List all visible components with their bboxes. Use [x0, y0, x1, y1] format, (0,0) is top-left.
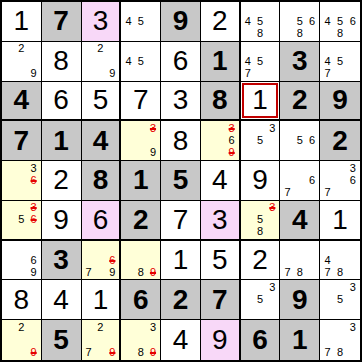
- candidate-6-eliminated: 6: [28, 214, 40, 226]
- candidate-8: 8: [294, 28, 306, 40]
- digit: 1: [292, 326, 308, 354]
- candidate-9: 9: [28, 266, 40, 278]
- candidate-4: 4: [321, 55, 334, 67]
- digit: 1: [14, 7, 30, 35]
- cell-r1c2[interactable]: 7: [42, 2, 82, 42]
- digit: 4: [173, 326, 189, 354]
- candidate-5: 5: [15, 214, 27, 226]
- candidates: 36: [3, 162, 40, 199]
- candidate-3-eliminated: 3: [147, 122, 159, 134]
- candidate-7: 7: [321, 266, 334, 278]
- digit: 4: [212, 166, 228, 194]
- digit: 7: [133, 86, 149, 114]
- candidate-4: 4: [242, 55, 254, 67]
- digit: 2: [252, 246, 268, 274]
- candidate-3: 3: [147, 321, 159, 334]
- cell-r3c1[interactable]: 4: [2, 82, 42, 122]
- candidate-5: 5: [254, 55, 266, 67]
- candidate-5: 5: [135, 55, 147, 67]
- cell-r4c5[interactable]: 8: [161, 121, 201, 161]
- cell-r2c9[interactable]: 457: [320, 42, 360, 82]
- candidate-3: 3: [266, 281, 278, 293]
- candidate-5: 5: [135, 15, 147, 27]
- digit: 8: [93, 166, 109, 194]
- cell-r3c9[interactable]: 9: [320, 82, 360, 122]
- candidates: 4568: [321, 3, 359, 40]
- digit: 4: [292, 206, 308, 234]
- candidates: 67: [281, 162, 318, 199]
- cell-r8c3[interactable]: 1: [82, 280, 122, 320]
- digit: 7: [173, 206, 189, 234]
- digit: 2: [173, 286, 189, 314]
- digit: 6: [53, 86, 69, 114]
- cell-r4c1[interactable]: 7: [2, 121, 42, 161]
- candidates: 378: [321, 321, 359, 359]
- candidate-3-eliminated: 3: [226, 122, 238, 134]
- candidate-9-eliminated: 9: [106, 346, 118, 359]
- candidates: 89: [122, 242, 159, 279]
- cell-r7c9[interactable]: 478: [320, 241, 360, 281]
- digit: 2: [292, 86, 308, 114]
- candidate-6: 6: [306, 15, 318, 27]
- cell-r9c2[interactable]: 5: [42, 320, 82, 360]
- candidate-6-eliminated: 6: [106, 254, 118, 266]
- cell-r7c2[interactable]: 3: [42, 241, 82, 281]
- candidates: 39: [122, 122, 159, 159]
- candidate-8: 8: [254, 28, 266, 40]
- digit: 5: [212, 246, 228, 274]
- digit: 4: [14, 86, 30, 114]
- digit: 2: [133, 206, 149, 234]
- cell-r2c5[interactable]: 6: [161, 42, 201, 82]
- candidate-8: 8: [254, 226, 266, 238]
- candidate-7: 7: [242, 67, 254, 79]
- digit: 9: [212, 326, 228, 354]
- candidate-7: 7: [321, 346, 334, 359]
- digit: 6: [93, 206, 109, 234]
- cell-r2c3[interactable]: 29: [82, 42, 122, 82]
- cell-r3c6[interactable]: 8: [201, 82, 241, 122]
- candidate-4: 4: [122, 55, 134, 67]
- candidates: 367: [321, 162, 359, 199]
- digit: 9: [332, 86, 348, 114]
- candidate-6: 6: [306, 174, 318, 186]
- cell-r1c6[interactable]: 2: [201, 2, 241, 42]
- candidate-5: 5: [254, 294, 266, 306]
- candidates: 56: [281, 122, 318, 159]
- digit: 5: [173, 166, 189, 194]
- cell-r6c4[interactable]: 2: [121, 201, 161, 241]
- cell-r6c3[interactable]: 6: [82, 201, 122, 241]
- cell-r5c4[interactable]: 1: [121, 161, 161, 201]
- candidate-5: 5: [334, 294, 347, 306]
- candidate-3-eliminated: 3: [266, 202, 278, 214]
- digit: 6: [133, 286, 149, 314]
- cell-r6c6[interactable]: 3: [201, 201, 241, 241]
- candidate-8: 8: [135, 346, 147, 359]
- digit: 4: [93, 127, 109, 155]
- cell-r1c4[interactable]: 45: [121, 2, 161, 42]
- candidate-9-eliminated: 9: [226, 147, 238, 159]
- digit: 1: [173, 246, 189, 274]
- cell-r5c3[interactable]: 8: [82, 161, 122, 201]
- cell-r3c3[interactable]: 5: [82, 82, 122, 122]
- candidate-9: 9: [106, 266, 118, 278]
- candidate-7: 7: [281, 266, 293, 278]
- cell-r1c8[interactable]: 568: [280, 2, 320, 42]
- cell-r9c6[interactable]: 9: [201, 320, 241, 360]
- candidate-6: 6: [346, 174, 359, 186]
- cell-r9c3[interactable]: 279: [82, 320, 122, 360]
- candidates: 29: [3, 321, 40, 359]
- candidate-9: 9: [147, 147, 159, 159]
- cell-r9c4[interactable]: 389: [121, 320, 161, 360]
- digit: 3: [292, 47, 308, 75]
- candidate-2: 2: [94, 321, 106, 334]
- cell-r8c9[interactable]: 35: [320, 280, 360, 320]
- cell-r5c1[interactable]: 36: [2, 161, 42, 201]
- digit: 7: [212, 286, 228, 314]
- candidate-9-eliminated: 9: [147, 266, 159, 278]
- cell-r7c1[interactable]: 69: [2, 241, 42, 281]
- cell-r6c8[interactable]: 4: [280, 201, 320, 241]
- digit: 8: [212, 86, 228, 114]
- digit: 9: [53, 206, 69, 234]
- digit: 3: [93, 7, 109, 35]
- candidates: 356: [3, 202, 40, 238]
- candidate-3: 3: [346, 281, 359, 293]
- cell-r8c8[interactable]: 9: [280, 280, 320, 320]
- candidates: 457: [321, 43, 359, 80]
- candidate-7: 7: [321, 67, 334, 79]
- cell-r6c2[interactable]: 9: [42, 201, 82, 241]
- candidate-7: 7: [321, 187, 334, 199]
- candidate-3: 3: [346, 162, 359, 174]
- cell-r9c5[interactable]: 4: [161, 320, 201, 360]
- digit: 3: [173, 86, 189, 114]
- cell-r7c3[interactable]: 679: [82, 241, 122, 281]
- candidate-6: 6: [28, 254, 40, 266]
- cell-r2c7[interactable]: 457: [241, 42, 281, 82]
- candidate-9-eliminated: 9: [28, 346, 40, 359]
- candidate-8: 8: [334, 28, 347, 40]
- cell-r2c6[interactable]: 1: [201, 42, 241, 82]
- candidate-9-eliminated: 9: [147, 346, 159, 359]
- candidates: 389: [122, 321, 159, 359]
- candidate-5: 5: [254, 15, 266, 27]
- cell-r5c6[interactable]: 4: [201, 161, 241, 201]
- candidate-8: 8: [135, 266, 147, 278]
- digit: 8: [173, 127, 189, 155]
- cell-r2c2[interactable]: 8: [42, 42, 82, 82]
- digit: 5: [93, 86, 109, 114]
- cell-r1c5[interactable]: 9: [161, 2, 201, 42]
- digit: 4: [53, 286, 69, 314]
- digit: 7: [14, 127, 30, 155]
- digit: 7: [53, 7, 69, 35]
- candidates: 45: [122, 3, 159, 40]
- candidate-5: 5: [334, 15, 347, 27]
- candidate-6: 6: [226, 135, 238, 147]
- candidates: 29: [3, 43, 40, 80]
- digit: 9: [292, 286, 308, 314]
- cell-r1c1[interactable]: 1: [2, 2, 42, 42]
- candidates: 478: [321, 242, 359, 279]
- cell-r2c1[interactable]: 29: [2, 42, 42, 82]
- cell-r8c7[interactable]: 35: [241, 280, 281, 320]
- cell-r4c8[interactable]: 56: [280, 121, 320, 161]
- digit: 1: [133, 166, 149, 194]
- digit: 1: [93, 286, 109, 314]
- candidate-3: 3: [28, 162, 40, 174]
- cell-r8c2[interactable]: 4: [42, 280, 82, 320]
- candidates: 279: [83, 321, 119, 359]
- candidate-3-eliminated: 3: [28, 202, 40, 214]
- cell-r4c9[interactable]: 2: [320, 121, 360, 161]
- candidate-7: 7: [281, 187, 293, 199]
- cell-r5c2[interactable]: 2: [42, 161, 82, 201]
- cell-r4c3[interactable]: 4: [82, 121, 122, 161]
- cell-r4c7[interactable]: 35: [241, 121, 281, 161]
- candidate-7: 7: [83, 346, 95, 359]
- candidates: 457: [242, 43, 279, 80]
- cell-r1c3[interactable]: 3: [82, 2, 122, 42]
- candidate-5: 5: [254, 214, 266, 226]
- cell-r5c9[interactable]: 367: [320, 161, 360, 201]
- cell-r2c8[interactable]: 3: [280, 42, 320, 82]
- candidates: 35: [321, 281, 359, 318]
- cell-r1c7[interactable]: 458: [241, 2, 281, 42]
- cell-r4c6[interactable]: 369: [201, 121, 241, 161]
- candidate-4: 4: [122, 15, 134, 27]
- candidate-4: 4: [321, 15, 334, 27]
- cell-r4c2[interactable]: 1: [42, 121, 82, 161]
- candidates: 35: [242, 122, 279, 159]
- cell-r3c2[interactable]: 6: [42, 82, 82, 122]
- cell-r2c4[interactable]: 45: [121, 42, 161, 82]
- cell-r9c1[interactable]: 29: [2, 320, 42, 360]
- candidate-8: 8: [334, 266, 347, 278]
- cell-r5c5[interactable]: 5: [161, 161, 201, 201]
- candidate-5: 5: [254, 135, 266, 147]
- digit: 2: [53, 166, 69, 194]
- cell-r7c5[interactable]: 1: [161, 241, 201, 281]
- cell-r9c8[interactable]: 1: [280, 320, 320, 360]
- candidate-9: 9: [106, 67, 118, 79]
- digit: 2: [332, 127, 348, 155]
- cell-r3c5[interactable]: 3: [161, 82, 201, 122]
- candidates: 568: [281, 3, 318, 40]
- cell-r3c8[interactable]: 2: [280, 82, 320, 122]
- cell-r4c4[interactable]: 39: [121, 121, 161, 161]
- candidates: 458: [242, 3, 279, 40]
- cell-r9c9[interactable]: 378: [320, 320, 360, 360]
- candidate-8: 8: [294, 266, 306, 278]
- digit: 2: [212, 7, 228, 35]
- candidate-6: 6: [306, 135, 318, 147]
- candidate-4: 4: [242, 15, 254, 27]
- candidates: 679: [83, 242, 119, 279]
- cell-r8c5[interactable]: 2: [161, 280, 201, 320]
- cell-r3c7[interactable]: 1: [241, 82, 281, 122]
- digit: 9: [252, 166, 268, 194]
- cell-r1c9[interactable]: 4568: [320, 2, 360, 42]
- digit: 8: [14, 286, 30, 314]
- candidate-3: 3: [346, 321, 359, 334]
- cell-r6c5[interactable]: 7: [161, 201, 201, 241]
- cell-r6c7[interactable]: 358: [241, 201, 281, 241]
- candidates: 45: [122, 43, 159, 80]
- cell-r7c4[interactable]: 89: [121, 241, 161, 281]
- cell-r7c8[interactable]: 78: [280, 241, 320, 281]
- cell-r8c1[interactable]: 8: [2, 280, 42, 320]
- candidates: 69: [3, 242, 40, 279]
- cell-r7c7[interactable]: 2: [241, 241, 281, 281]
- candidate-2: 2: [94, 43, 106, 55]
- digit: 5: [53, 326, 69, 354]
- candidates: 29: [83, 43, 119, 80]
- cell-r5c8[interactable]: 67: [280, 161, 320, 201]
- digit: 1: [53, 127, 69, 155]
- digit: 6: [252, 326, 268, 354]
- candidate-5: 5: [294, 15, 306, 27]
- cell-r7c6[interactable]: 5: [201, 241, 241, 281]
- digit: 3: [212, 206, 228, 234]
- digit: 6: [173, 47, 189, 75]
- candidate-7: 7: [83, 266, 95, 278]
- cell-r3c4[interactable]: 7: [121, 82, 161, 122]
- digit: 1: [252, 86, 268, 114]
- cell-r9c7[interactable]: 6: [241, 320, 281, 360]
- candidate-5: 5: [294, 135, 306, 147]
- sudoku-board: 1734592458568456829829456145734574657381…: [0, 0, 362, 362]
- cell-r8c4[interactable]: 6: [121, 280, 161, 320]
- digit: 1: [212, 47, 228, 75]
- digit: 3: [53, 246, 69, 274]
- cell-r6c9[interactable]: 1: [320, 201, 360, 241]
- candidates: 78: [281, 242, 318, 279]
- candidate-5: 5: [334, 55, 347, 67]
- cell-r5c7[interactable]: 9: [241, 161, 281, 201]
- candidate-2: 2: [15, 321, 27, 334]
- candidate-6: 6: [346, 15, 359, 27]
- digit: 1: [332, 206, 348, 234]
- candidate-6-eliminated: 6: [28, 174, 40, 186]
- candidate-9: 9: [28, 67, 40, 79]
- candidates: 369: [202, 122, 238, 159]
- digit: 8: [53, 47, 69, 75]
- candidate-3: 3: [266, 122, 278, 134]
- cell-r8c6[interactable]: 7: [201, 280, 241, 320]
- candidate-8: 8: [334, 346, 347, 359]
- candidate-4: 4: [321, 254, 334, 266]
- digit: 9: [173, 7, 189, 35]
- candidates: 358: [242, 202, 279, 238]
- candidate-2: 2: [15, 43, 27, 55]
- cell-r6c1[interactable]: 356: [2, 201, 42, 241]
- candidates: 35: [242, 281, 279, 318]
